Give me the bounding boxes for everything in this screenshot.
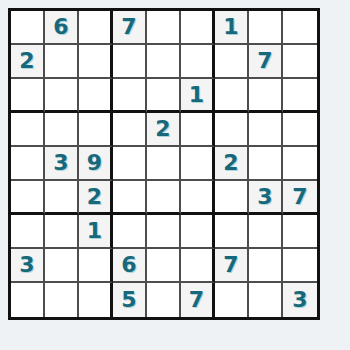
cell-r7c8[interactable] — [249, 215, 283, 249]
page-background: 67127123922371367573 — [0, 0, 350, 328]
cell-r4c3[interactable] — [79, 113, 113, 147]
cell-r3c8[interactable] — [249, 79, 283, 113]
cell-r4c1[interactable] — [11, 113, 45, 147]
cell-r1c2[interactable]: 6 — [45, 11, 79, 45]
cell-r7c1[interactable] — [11, 215, 45, 249]
cell-r4c8[interactable] — [249, 113, 283, 147]
cell-r4c9[interactable] — [283, 113, 317, 147]
cell-r4c7[interactable] — [215, 113, 249, 147]
cell-r7c5[interactable] — [147, 215, 181, 249]
cell-r9c3[interactable] — [79, 283, 113, 317]
cell-r8c8[interactable] — [249, 249, 283, 283]
cell-r5c3[interactable]: 9 — [79, 147, 113, 181]
cell-r5c9[interactable] — [283, 147, 317, 181]
cell-r3c4[interactable] — [113, 79, 147, 113]
cell-r9c4[interactable]: 5 — [113, 283, 147, 317]
cell-r8c5[interactable] — [147, 249, 181, 283]
cell-r2c3[interactable] — [79, 45, 113, 79]
cell-r8c1[interactable]: 3 — [11, 249, 45, 283]
cell-r4c4[interactable] — [113, 113, 147, 147]
cell-r6c1[interactable] — [11, 181, 45, 215]
cell-r6c7[interactable] — [215, 181, 249, 215]
cell-r3c3[interactable] — [79, 79, 113, 113]
cell-r1c8[interactable] — [249, 11, 283, 45]
cell-r8c3[interactable] — [79, 249, 113, 283]
cell-r8c9[interactable] — [283, 249, 317, 283]
cell-r6c8[interactable]: 3 — [249, 181, 283, 215]
cell-r3c6[interactable]: 1 — [181, 79, 215, 113]
cell-r2c5[interactable] — [147, 45, 181, 79]
cell-r6c9[interactable]: 7 — [283, 181, 317, 215]
sudoku-board: 67127123922371367573 — [8, 8, 320, 320]
cell-r1c6[interactable] — [181, 11, 215, 45]
cell-r7c3[interactable]: 1 — [79, 215, 113, 249]
cell-r9c8[interactable] — [249, 283, 283, 317]
cell-r9c9[interactable]: 3 — [283, 283, 317, 317]
cell-r9c7[interactable] — [215, 283, 249, 317]
cell-r7c9[interactable] — [283, 215, 317, 249]
cell-r3c9[interactable] — [283, 79, 317, 113]
cell-r8c6[interactable] — [181, 249, 215, 283]
cell-r8c4[interactable]: 6 — [113, 249, 147, 283]
cell-r1c9[interactable] — [283, 11, 317, 45]
cell-r4c5[interactable]: 2 — [147, 113, 181, 147]
cell-r3c1[interactable] — [11, 79, 45, 113]
cell-r5c7[interactable]: 2 — [215, 147, 249, 181]
cell-r1c4[interactable]: 7 — [113, 11, 147, 45]
cell-r2c1[interactable]: 2 — [11, 45, 45, 79]
cell-r6c5[interactable] — [147, 181, 181, 215]
cell-r2c2[interactable] — [45, 45, 79, 79]
cell-r9c1[interactable] — [11, 283, 45, 317]
cell-r6c6[interactable] — [181, 181, 215, 215]
cell-r5c8[interactable] — [249, 147, 283, 181]
cell-r1c5[interactable] — [147, 11, 181, 45]
cell-r8c2[interactable] — [45, 249, 79, 283]
cell-r1c3[interactable] — [79, 11, 113, 45]
cell-r2c7[interactable] — [215, 45, 249, 79]
cell-r2c4[interactable] — [113, 45, 147, 79]
cell-r7c4[interactable] — [113, 215, 147, 249]
cell-r5c4[interactable] — [113, 147, 147, 181]
cell-r2c9[interactable] — [283, 45, 317, 79]
cell-r7c2[interactable] — [45, 215, 79, 249]
cell-r1c1[interactable] — [11, 11, 45, 45]
cell-r3c5[interactable] — [147, 79, 181, 113]
cell-r1c7[interactable]: 1 — [215, 11, 249, 45]
cell-r4c6[interactable] — [181, 113, 215, 147]
cell-r5c1[interactable] — [11, 147, 45, 181]
cell-r5c2[interactable]: 3 — [45, 147, 79, 181]
cell-r3c7[interactable] — [215, 79, 249, 113]
cell-r4c2[interactable] — [45, 113, 79, 147]
cell-r8c7[interactable]: 7 — [215, 249, 249, 283]
cell-r6c3[interactable]: 2 — [79, 181, 113, 215]
cell-r9c6[interactable]: 7 — [181, 283, 215, 317]
cell-r3c2[interactable] — [45, 79, 79, 113]
cell-r6c2[interactable] — [45, 181, 79, 215]
cell-r7c6[interactable] — [181, 215, 215, 249]
cell-r5c5[interactable] — [147, 147, 181, 181]
cell-r9c2[interactable] — [45, 283, 79, 317]
cell-r2c8[interactable]: 7 — [249, 45, 283, 79]
cell-r9c5[interactable] — [147, 283, 181, 317]
cell-r6c4[interactable] — [113, 181, 147, 215]
cell-r5c6[interactable] — [181, 147, 215, 181]
cell-r7c7[interactable] — [215, 215, 249, 249]
cell-r2c6[interactable] — [181, 45, 215, 79]
